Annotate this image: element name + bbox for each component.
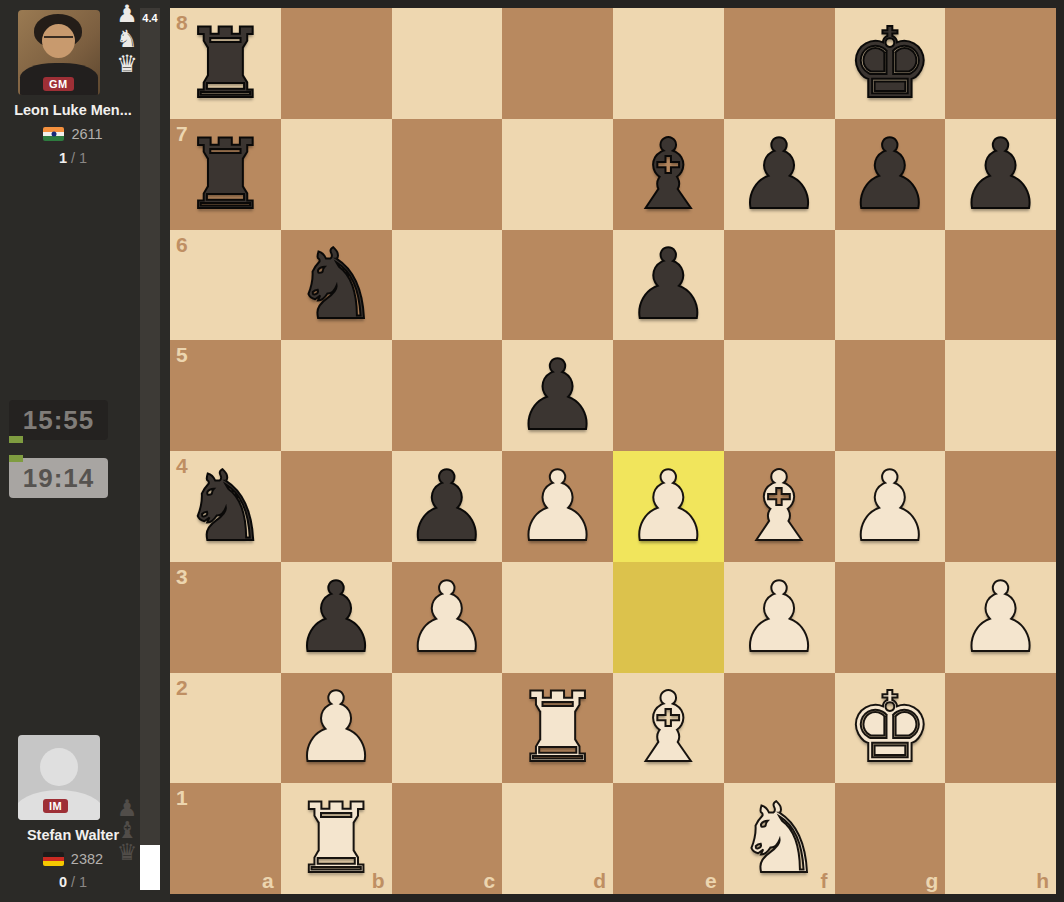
square-b7[interactable] [281,119,392,230]
flag-stripe [43,136,64,141]
square-b6[interactable]: ♞ [281,230,392,341]
flag-stripe [43,861,64,866]
file-label-a: a [262,869,274,893]
square-d4[interactable]: ♟ [502,451,613,562]
top-player-captured-pieces: ♟♞♛ [112,2,142,77]
white-knight[interactable]: ♞ [724,783,835,894]
square-d5[interactable]: ♟ [502,340,613,451]
white-pawn[interactable]: ♟ [392,562,503,673]
square-h2[interactable] [945,673,1056,784]
bottom-player-clock: 19:14 [9,458,108,498]
black-pawn[interactable]: ♟ [281,562,392,673]
top-player-clock: 15:55 [9,400,108,440]
square-h7[interactable]: ♟ [945,119,1056,230]
black-rook[interactable]: ♜ [170,8,281,119]
square-e3[interactable] [613,562,724,673]
square-d3[interactable] [502,562,613,673]
square-c8[interactable] [392,8,503,119]
square-a5[interactable]: 5 [170,340,281,451]
india-flag-icon [43,127,64,141]
top-player-score: 1 / 1 [0,150,146,166]
bottom-clock-increment-indicator [9,455,23,462]
top-player-rating: 2611 [71,126,102,142]
square-d2[interactable]: ♜ [502,673,613,784]
rank-label-3: 3 [176,565,188,589]
square-g7[interactable]: ♟ [835,119,946,230]
white-pawn[interactable]: ♟ [724,562,835,673]
white-bishop[interactable]: ♝ [613,673,724,784]
square-a2[interactable]: 2 [170,673,281,784]
bottom-player-captured-pieces: ♟♝♛ [112,797,142,863]
square-c5[interactable] [392,340,503,451]
top-score-value: 1 [59,150,67,166]
square-a8[interactable]: 8♜ [170,8,281,119]
square-e8[interactable] [613,8,724,119]
top-player-rating-row: 2611 [0,126,146,142]
square-c3[interactable]: ♟ [392,562,503,673]
square-f2[interactable] [724,673,835,784]
rank-label-2: 2 [176,676,188,700]
captured-pawn-icon: ♟ [116,2,138,27]
white-king[interactable]: ♚ [835,673,946,784]
captured-queen-icon: ♛ [117,841,138,863]
top-score-total: 1 [79,150,87,166]
black-pawn[interactable]: ♟ [945,119,1056,230]
chess-board[interactable]: 8♜♚7♜♝♟♟♟6♞♟5♟4♞♟♟♟♝♟3♟♟♟♟2♟♜♝♚1ab♜cdef♞… [170,8,1056,894]
square-b3[interactable]: ♟ [281,562,392,673]
square-b2[interactable]: ♟ [281,673,392,784]
square-g4[interactable]: ♟ [835,451,946,562]
file-label-g: g [925,869,938,893]
bottom-player-title-badge: IM [43,799,68,813]
square-h6[interactable] [945,230,1056,341]
square-g3[interactable] [835,562,946,673]
square-d7[interactable] [502,119,613,230]
white-pawn[interactable]: ♟ [281,673,392,784]
black-knight[interactable]: ♞ [281,230,392,341]
square-h1[interactable]: h [945,783,1056,894]
square-e7[interactable]: ♝ [613,119,724,230]
bottom-player-score: 0 / 1 [0,874,146,890]
square-a6[interactable]: 6 [170,230,281,341]
germany-flag-icon [43,852,64,866]
evaluation-bar-white-share [140,845,160,890]
square-c7[interactable] [392,119,503,230]
captured-knight-icon: ♞ [116,27,138,52]
square-d6[interactable] [502,230,613,341]
black-knight[interactable]: ♞ [170,451,281,562]
square-h5[interactable] [945,340,1056,451]
square-d8[interactable] [502,8,613,119]
top-score-separator: / [67,150,79,166]
top-player-title-badge: GM [43,77,74,91]
square-b5[interactable] [281,340,392,451]
square-h8[interactable] [945,8,1056,119]
black-pawn[interactable]: ♟ [392,451,503,562]
square-f4[interactable]: ♝ [724,451,835,562]
black-pawn[interactable]: ♟ [613,230,724,341]
square-e6[interactable]: ♟ [613,230,724,341]
square-c6[interactable] [392,230,503,341]
square-c2[interactable] [392,673,503,784]
black-king[interactable]: ♚ [835,8,946,119]
white-pawn[interactable]: ♟ [613,451,724,562]
evaluation-bar: 4.4 [140,8,160,890]
black-rook[interactable]: ♜ [170,119,281,230]
black-pawn[interactable]: ♟ [835,119,946,230]
square-g6[interactable] [835,230,946,341]
square-a3[interactable]: 3 [170,562,281,673]
white-pawn[interactable]: ♟ [945,562,1056,673]
square-f3[interactable]: ♟ [724,562,835,673]
square-f8[interactable] [724,8,835,119]
square-g1[interactable]: g [835,783,946,894]
square-f6[interactable] [724,230,835,341]
square-f5[interactable] [724,340,835,451]
white-rook[interactable]: ♜ [502,673,613,784]
bottom-player-rating: 2382 [71,851,103,867]
avatar-glasses-shape [44,36,73,45]
avatar-placeholder-head [40,748,78,786]
square-a7[interactable]: 7♜ [170,119,281,230]
black-bishop[interactable]: ♝ [613,119,724,230]
square-c4[interactable]: ♟ [392,451,503,562]
evaluation-value: 4.4 [140,12,160,24]
bottom-score-total: 1 [79,874,87,890]
top-clock-increment-indicator [9,436,23,443]
square-b4[interactable] [281,451,392,562]
white-pawn[interactable]: ♟ [502,451,613,562]
white-rook[interactable]: ♜ [281,783,392,894]
bottom-score-separator: / [67,874,79,890]
square-b8[interactable] [281,8,392,119]
black-pawn[interactable]: ♟ [502,340,613,451]
square-f7[interactable]: ♟ [724,119,835,230]
top-clock-time: 15:55 [23,405,95,436]
rank-label-1: 1 [176,786,188,810]
square-e5[interactable] [613,340,724,451]
captured-queen-icon: ♛ [116,52,138,77]
file-label-h: h [1036,869,1049,893]
bottom-clock-time: 19:14 [23,463,95,494]
square-h4[interactable] [945,451,1056,562]
file-label-d: d [593,869,606,893]
rank-label-5: 5 [176,343,188,367]
players-sidebar: GM Leon Luke Men... 2611 1 / 1 ♟♞♛ 15:55… [0,0,170,902]
black-pawn[interactable]: ♟ [724,119,835,230]
white-bishop[interactable]: ♝ [724,451,835,562]
square-h3[interactable]: ♟ [945,562,1056,673]
square-c1[interactable]: c [392,783,503,894]
square-a4[interactable]: 4♞ [170,451,281,562]
white-pawn[interactable]: ♟ [835,451,946,562]
square-e4[interactable]: ♟ [613,451,724,562]
square-d1[interactable]: d [502,783,613,894]
top-player-name[interactable]: Leon Luke Men... [0,102,146,118]
captured-pawn-icon: ♟ [117,797,138,819]
square-g2[interactable]: ♚ [835,673,946,784]
square-g5[interactable] [835,340,946,451]
square-a1[interactable]: 1a [170,783,281,894]
rank-label-6: 6 [176,233,188,257]
chess-broadcast-app: GM Leon Luke Men... 2611 1 / 1 ♟♞♛ 15:55… [0,0,1064,902]
square-g8[interactable]: ♚ [835,8,946,119]
square-e2[interactable]: ♝ [613,673,724,784]
bottom-score-value: 0 [59,874,67,890]
square-f1[interactable]: f♞ [724,783,835,894]
file-label-c: c [484,869,496,893]
captured-bishop-icon: ♝ [117,819,138,841]
square-e1[interactable]: e [613,783,724,894]
square-b1[interactable]: b♜ [281,783,392,894]
file-label-e: e [705,869,717,893]
flag-emblem [51,132,56,137]
